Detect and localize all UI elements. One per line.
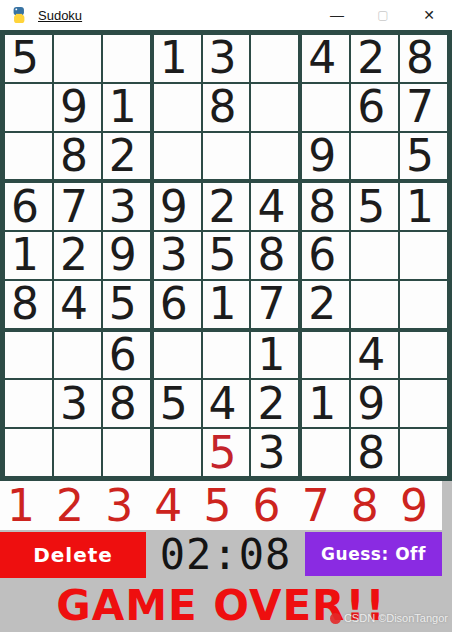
cell-r3c5[interactable] — [203, 133, 250, 180]
cell-r8c2[interactable]: 3 — [54, 380, 101, 427]
cell-r2c2[interactable]: 9 — [54, 84, 101, 131]
number-button-1[interactable]: 1 — [0, 481, 49, 530]
cell-r8c5[interactable]: 4 — [203, 380, 250, 427]
cell-r7c1[interactable] — [5, 332, 52, 379]
cell-r5c4[interactable]: 3 — [154, 232, 201, 279]
cell-r2c5[interactable]: 8 — [203, 84, 250, 131]
control-row: Delete 02:08 Guess: Off — [0, 530, 442, 578]
cell-r9c4[interactable] — [154, 429, 201, 476]
cell-r7c4[interactable] — [154, 332, 201, 379]
cell-r4c7[interactable]: 8 — [302, 183, 349, 230]
number-button-9[interactable]: 9 — [393, 481, 442, 530]
cell-r3c2[interactable]: 8 — [54, 133, 101, 180]
block-3: 4286795 — [302, 35, 447, 179]
cell-r5c3[interactable]: 9 — [103, 232, 150, 279]
cell-r2c7[interactable] — [302, 84, 349, 131]
cell-r5c7[interactable]: 6 — [302, 232, 349, 279]
number-button-3[interactable]: 3 — [98, 481, 147, 530]
cell-r1c7[interactable]: 4 — [302, 35, 349, 82]
cell-r7c2[interactable] — [54, 332, 101, 379]
cell-r4c8[interactable]: 5 — [351, 183, 398, 230]
cell-r4c9[interactable]: 1 — [400, 183, 447, 230]
cell-r8c7[interactable]: 1 — [302, 380, 349, 427]
cell-r1c9[interactable]: 8 — [400, 35, 447, 82]
window-controls: — ▢ ✕ — [314, 0, 452, 30]
python-app-icon — [10, 6, 28, 24]
cell-r2c8[interactable]: 6 — [351, 84, 398, 131]
cell-r3c1[interactable] — [5, 133, 52, 180]
cell-r2c3[interactable]: 1 — [103, 84, 150, 131]
cell-r1c2[interactable] — [54, 35, 101, 82]
cell-r1c8[interactable]: 2 — [351, 35, 398, 82]
cell-r4c2[interactable]: 7 — [54, 183, 101, 230]
cell-r5c8[interactable] — [351, 232, 398, 279]
cell-r9c7[interactable] — [302, 429, 349, 476]
cell-r2c6[interactable] — [251, 84, 298, 131]
cell-r2c9[interactable]: 7 — [400, 84, 447, 131]
title-bar: Sudoku — ▢ ✕ — [0, 0, 452, 30]
csdn-logo-icon — [330, 613, 341, 624]
cell-r3c3[interactable]: 2 — [103, 133, 150, 180]
cell-r9c2[interactable] — [54, 429, 101, 476]
block-6: 85162 — [302, 183, 447, 327]
number-button-6[interactable]: 6 — [246, 481, 295, 530]
cell-r2c1[interactable] — [5, 84, 52, 131]
cell-r1c6[interactable] — [251, 35, 298, 82]
number-button-4[interactable]: 4 — [147, 481, 196, 530]
cell-r5c1[interactable]: 1 — [5, 232, 52, 279]
cell-r6c6[interactable]: 7 — [251, 281, 298, 328]
watermark-text: CSDN ©DisonTangor — [344, 612, 448, 624]
timer-display: 02:08 — [146, 530, 305, 578]
cell-r8c8[interactable]: 9 — [351, 380, 398, 427]
cell-r6c8[interactable] — [351, 281, 398, 328]
cell-r6c2[interactable]: 4 — [54, 281, 101, 328]
cell-r5c6[interactable]: 8 — [251, 232, 298, 279]
cell-r3c4[interactable] — [154, 133, 201, 180]
cell-r8c9[interactable] — [400, 380, 447, 427]
cell-r6c9[interactable] — [400, 281, 447, 328]
close-button[interactable]: ✕ — [406, 0, 452, 30]
bottom-panel: 123456789 Delete 02:08 Guess: Off GAME O… — [0, 481, 452, 632]
number-button-7[interactable]: 7 — [295, 481, 344, 530]
delete-button[interactable]: Delete — [0, 532, 146, 578]
cell-r6c3[interactable]: 5 — [103, 281, 150, 328]
sudoku-board: 5918213842867956731298459243586178516263… — [0, 30, 452, 481]
cell-r4c3[interactable]: 3 — [103, 183, 150, 230]
block-1: 59182 — [5, 35, 150, 179]
window-title: Sudoku — [38, 8, 82, 23]
cell-r9c1[interactable] — [5, 429, 52, 476]
cell-r7c6[interactable]: 1 — [251, 332, 298, 379]
cell-r7c5[interactable] — [203, 332, 250, 379]
block-2: 138 — [154, 35, 299, 179]
block-7: 638 — [5, 332, 150, 476]
sudoku-window: Sudoku — ▢ ✕ 591821384286795673129845924… — [0, 0, 452, 632]
cell-r3c8[interactable] — [351, 133, 398, 180]
cell-r9c3[interactable] — [103, 429, 150, 476]
guess-toggle-button[interactable]: Guess: Off — [305, 532, 442, 576]
cell-r1c5[interactable]: 3 — [203, 35, 250, 82]
cell-r5c2[interactable]: 2 — [54, 232, 101, 279]
cell-r9c8[interactable]: 8 — [351, 429, 398, 476]
cell-r6c5[interactable]: 1 — [203, 281, 250, 328]
block-9: 4198 — [302, 332, 447, 476]
cell-r7c3[interactable]: 6 — [103, 332, 150, 379]
cell-r1c1[interactable]: 5 — [5, 35, 52, 82]
number-button-8[interactable]: 8 — [344, 481, 393, 530]
number-button-5[interactable]: 5 — [196, 481, 245, 530]
cell-r4c4[interactable]: 9 — [154, 183, 201, 230]
cell-r8c4[interactable]: 5 — [154, 380, 201, 427]
block-8: 154253 — [154, 332, 299, 476]
cell-r3c6[interactable] — [251, 133, 298, 180]
cell-r1c3[interactable] — [103, 35, 150, 82]
cell-r6c1[interactable]: 8 — [5, 281, 52, 328]
cell-r7c8[interactable]: 4 — [351, 332, 398, 379]
cell-r8c6[interactable]: 2 — [251, 380, 298, 427]
number-select-bar: 123456789 — [0, 481, 442, 530]
cell-r9c5[interactable]: 5 — [203, 429, 250, 476]
cell-r4c5[interactable]: 2 — [203, 183, 250, 230]
cell-r4c6[interactable]: 4 — [251, 183, 298, 230]
cell-r9c6[interactable]: 3 — [251, 429, 298, 476]
watermark: CSDN ©DisonTangor — [330, 612, 448, 624]
cell-r1c4[interactable]: 1 — [154, 35, 201, 82]
cell-r3c9[interactable]: 5 — [400, 133, 447, 180]
cell-r7c9[interactable] — [400, 332, 447, 379]
block-5: 924358617 — [154, 183, 299, 327]
cell-r6c4[interactable]: 6 — [154, 281, 201, 328]
cell-r8c3[interactable]: 8 — [103, 380, 150, 427]
maximize-button[interactable]: ▢ — [360, 0, 406, 30]
block-4: 673129845 — [5, 183, 150, 327]
cell-r4c1[interactable]: 6 — [5, 183, 52, 230]
cell-r5c9[interactable] — [400, 232, 447, 279]
cell-r8c1[interactable] — [5, 380, 52, 427]
cell-r7c7[interactable] — [302, 332, 349, 379]
cell-r2c4[interactable] — [154, 84, 201, 131]
number-button-2[interactable]: 2 — [49, 481, 98, 530]
cell-r9c9[interactable] — [400, 429, 447, 476]
cell-r6c7[interactable]: 2 — [302, 281, 349, 328]
cell-r3c7[interactable]: 9 — [302, 133, 349, 180]
cell-r5c5[interactable]: 5 — [203, 232, 250, 279]
minimize-button[interactable]: — — [314, 0, 360, 30]
